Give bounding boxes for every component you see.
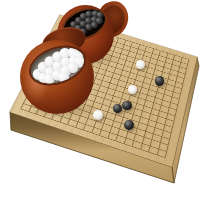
stone-bowls <box>0 0 200 200</box>
go-scene <box>0 0 200 200</box>
